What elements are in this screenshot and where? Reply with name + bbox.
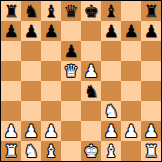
- square-e4[interactable]: ♞: [81, 81, 101, 101]
- square-d8[interactable]: ♛: [61, 1, 81, 21]
- square-e6[interactable]: [81, 41, 101, 61]
- square-e7[interactable]: [81, 21, 101, 41]
- square-b6[interactable]: [21, 41, 41, 61]
- piece-white-pawn: ♟: [43, 121, 58, 141]
- piece-black-king: ♚: [83, 1, 98, 21]
- square-c8[interactable]: ♝: [41, 1, 61, 21]
- square-e3[interactable]: [81, 101, 101, 121]
- square-f5[interactable]: [101, 61, 121, 81]
- square-c6[interactable]: [41, 41, 61, 61]
- square-g1[interactable]: [121, 141, 141, 161]
- piece-black-rook: ♜: [143, 1, 158, 21]
- square-f7[interactable]: ♟: [101, 21, 121, 41]
- square-b8[interactable]: ♞: [21, 1, 41, 21]
- piece-black-knight: ♞: [83, 81, 98, 101]
- piece-white-rook: ♜: [3, 141, 18, 161]
- square-d3[interactable]: [61, 101, 81, 121]
- square-b3[interactable]: [21, 101, 41, 121]
- square-h4[interactable]: [141, 81, 161, 101]
- square-d1[interactable]: [61, 141, 81, 161]
- square-g8[interactable]: [121, 1, 141, 21]
- square-b2[interactable]: ♟: [21, 121, 41, 141]
- square-e1[interactable]: ♚: [81, 141, 101, 161]
- square-b5[interactable]: [21, 61, 41, 81]
- square-h5[interactable]: [141, 61, 161, 81]
- chess-board: ♜♞♝♛♚♝♜♟♟♟♟♟♟♟♛♟♞♞♟♟♟♟♟♟♜♞♝♚♝♜: [0, 0, 162, 162]
- square-d7[interactable]: [61, 21, 81, 41]
- square-e5[interactable]: ♟: [81, 61, 101, 81]
- square-e2[interactable]: [81, 121, 101, 141]
- square-f6[interactable]: [101, 41, 121, 61]
- square-c7[interactable]: ♟: [41, 21, 61, 41]
- square-a3[interactable]: [1, 101, 21, 121]
- square-g5[interactable]: [121, 61, 141, 81]
- piece-black-pawn: ♟: [63, 41, 78, 61]
- square-h1[interactable]: ♜: [141, 141, 161, 161]
- square-d6[interactable]: ♟: [61, 41, 81, 61]
- square-b4[interactable]: [21, 81, 41, 101]
- piece-white-pawn: ♟: [83, 61, 98, 81]
- square-g2[interactable]: ♟: [121, 121, 141, 141]
- square-f4[interactable]: [101, 81, 121, 101]
- piece-white-rook: ♜: [143, 141, 158, 161]
- square-c1[interactable]: ♝: [41, 141, 61, 161]
- square-a7[interactable]: ♟: [1, 21, 21, 41]
- piece-black-pawn: ♟: [123, 21, 138, 41]
- square-h8[interactable]: ♜: [141, 1, 161, 21]
- square-e8[interactable]: ♚: [81, 1, 101, 21]
- piece-white-pawn: ♟: [23, 121, 38, 141]
- square-h7[interactable]: ♟: [141, 21, 161, 41]
- piece-white-knight: ♞: [103, 101, 118, 121]
- piece-white-bishop: ♝: [43, 141, 58, 161]
- square-a8[interactable]: ♜: [1, 1, 21, 21]
- square-a4[interactable]: [1, 81, 21, 101]
- piece-black-pawn: ♟: [143, 21, 158, 41]
- square-g7[interactable]: ♟: [121, 21, 141, 41]
- square-a2[interactable]: ♟: [1, 121, 21, 141]
- square-d2[interactable]: [61, 121, 81, 141]
- piece-black-pawn: ♟: [3, 21, 18, 41]
- piece-white-knight: ♞: [23, 141, 38, 161]
- square-f2[interactable]: ♟: [101, 121, 121, 141]
- piece-white-pawn: ♟: [103, 121, 118, 141]
- square-d4[interactable]: [61, 81, 81, 101]
- square-f1[interactable]: ♝: [101, 141, 121, 161]
- piece-black-bishop: ♝: [43, 1, 58, 21]
- piece-black-queen: ♛: [63, 1, 78, 21]
- piece-black-pawn: ♟: [23, 21, 38, 41]
- square-c3[interactable]: [41, 101, 61, 121]
- piece-white-queen: ♛: [63, 61, 78, 81]
- square-d5[interactable]: ♛: [61, 61, 81, 81]
- piece-white-pawn: ♟: [3, 121, 18, 141]
- piece-black-bishop: ♝: [103, 1, 118, 21]
- square-b1[interactable]: ♞: [21, 141, 41, 161]
- piece-black-rook: ♜: [3, 1, 18, 21]
- square-f3[interactable]: ♞: [101, 101, 121, 121]
- square-f8[interactable]: ♝: [101, 1, 121, 21]
- square-a5[interactable]: [1, 61, 21, 81]
- square-c4[interactable]: [41, 81, 61, 101]
- square-h2[interactable]: ♟: [141, 121, 161, 141]
- square-c2[interactable]: ♟: [41, 121, 61, 141]
- square-g4[interactable]: [121, 81, 141, 101]
- piece-white-pawn: ♟: [143, 121, 158, 141]
- piece-white-bishop: ♝: [103, 141, 118, 161]
- piece-white-king: ♚: [83, 141, 98, 161]
- square-h3[interactable]: [141, 101, 161, 121]
- piece-white-pawn: ♟: [123, 121, 138, 141]
- piece-black-pawn: ♟: [103, 21, 118, 41]
- piece-black-knight: ♞: [23, 1, 38, 21]
- square-h6[interactable]: [141, 41, 161, 61]
- square-g6[interactable]: [121, 41, 141, 61]
- piece-black-pawn: ♟: [43, 21, 58, 41]
- square-c5[interactable]: [41, 61, 61, 81]
- square-a6[interactable]: [1, 41, 21, 61]
- square-g3[interactable]: [121, 101, 141, 121]
- square-b7[interactable]: ♟: [21, 21, 41, 41]
- square-a1[interactable]: ♜: [1, 141, 21, 161]
